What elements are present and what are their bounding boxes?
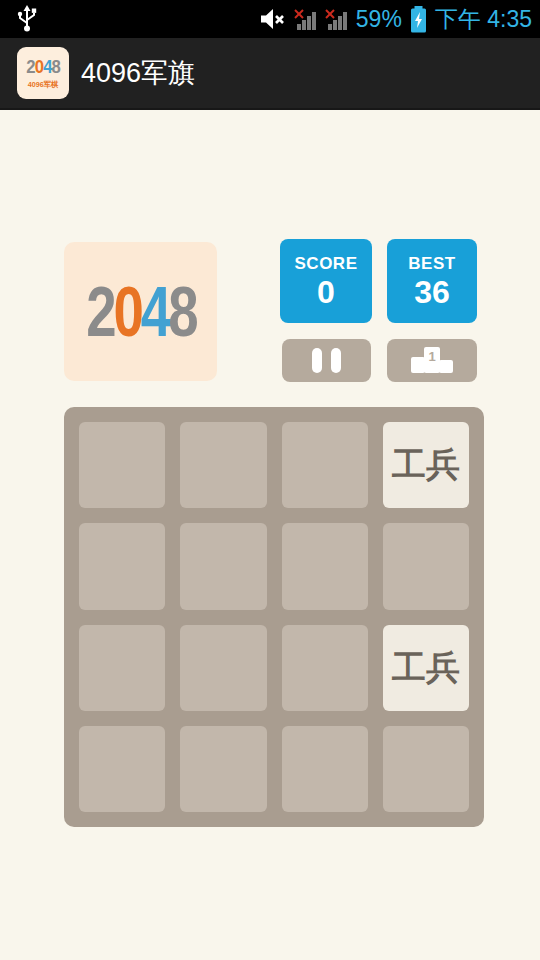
cell-r3c2: [282, 726, 368, 812]
cell-r1c1: [180, 523, 266, 609]
no-signal-icon: [294, 9, 317, 30]
cell-r1c0: [79, 523, 165, 609]
app-title: 4096军旗: [81, 55, 195, 91]
usb-icon: [16, 5, 38, 33]
cell-r0c0: [79, 422, 165, 508]
cell-r2c2: [282, 625, 368, 711]
best-label: BEST: [408, 254, 455, 274]
cell-r0c2: [282, 422, 368, 508]
cell-r1c2: [282, 523, 368, 609]
cell-r2c0: [79, 625, 165, 711]
cell-r0c3: 工兵: [383, 422, 469, 508]
score-value: 0: [317, 276, 335, 308]
clock-time: 下午 4:35: [435, 0, 532, 38]
cell-r3c3: [383, 726, 469, 812]
podium-icon: 1: [409, 345, 455, 377]
score-label: SCORE: [295, 254, 358, 274]
cell-r2c3: 工兵: [383, 625, 469, 711]
best-value: 36: [414, 276, 450, 308]
best-box: BEST 36: [387, 239, 477, 323]
cell-r2c1: [180, 625, 266, 711]
pause-button[interactable]: [282, 339, 371, 382]
app-title-bar: 2048 4096军棋 4096军旗: [0, 38, 540, 110]
cell-r1c3: [383, 523, 469, 609]
logo-tile: 2048: [64, 242, 217, 381]
phone-screen: 59% 下午 4:35 2048 4096军棋 4096军旗 2048 SCOR…: [0, 0, 540, 960]
score-box: SCORE 0: [280, 239, 372, 323]
board-grid: 工兵 工兵: [79, 422, 469, 812]
app-icon-2048-text: 2048: [26, 57, 60, 76]
status-bar: 59% 下午 4:35: [0, 0, 540, 38]
pause-icon: [312, 348, 341, 373]
battery-percent: 59%: [356, 0, 402, 38]
no-signal-icon: [325, 9, 348, 30]
logo-2048-text: 2048: [86, 277, 195, 347]
app-icon-subtitle: 4096军棋: [28, 79, 58, 90]
battery-charging-icon: [410, 6, 427, 33]
cell-r0c1: [180, 422, 266, 508]
cell-r3c0: [79, 726, 165, 812]
leaderboard-button[interactable]: 1: [387, 339, 477, 382]
mute-icon: [259, 8, 286, 30]
game-board[interactable]: 工兵 工兵: [64, 407, 484, 827]
app-icon: 2048 4096军棋: [17, 47, 69, 99]
svg-text:1: 1: [428, 349, 435, 364]
cell-r3c1: [180, 726, 266, 812]
